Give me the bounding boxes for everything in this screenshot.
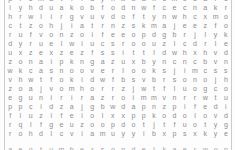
grid-cell[interactable]: u bbox=[5, 48, 15, 57]
grid-cell[interactable]: u bbox=[26, 93, 36, 102]
grid-cell[interactable]: r bbox=[77, 93, 87, 102]
grid-cell[interactable]: o bbox=[67, 66, 77, 75]
grid-cell[interactable]: c bbox=[200, 66, 210, 75]
grid-cell[interactable]: r bbox=[108, 93, 118, 102]
grid-cell[interactable]: g bbox=[15, 93, 25, 102]
grid-cell[interactable]: s bbox=[180, 129, 190, 138]
grid-cell[interactable]: n bbox=[108, 21, 118, 30]
grid-cell[interactable]: o bbox=[200, 75, 210, 84]
grid-cell[interactable]: z bbox=[159, 39, 169, 48]
grid-cell[interactable]: o bbox=[56, 75, 66, 84]
grid-cell[interactable]: z bbox=[77, 48, 87, 57]
grid-cell[interactable]: b bbox=[97, 102, 107, 111]
grid-cell[interactable]: e bbox=[15, 145, 25, 150]
grid-cell[interactable]: u bbox=[87, 39, 97, 48]
grid-cell[interactable]: p bbox=[169, 129, 179, 138]
grid-cell[interactable]: u bbox=[87, 12, 97, 21]
grid-cell[interactable]: h bbox=[200, 48, 210, 57]
grid-cell[interactable]: o bbox=[87, 120, 97, 129]
grid-cell[interactable]: s bbox=[108, 48, 118, 57]
grid-cell[interactable]: v bbox=[97, 12, 107, 21]
grid-cell[interactable]: h bbox=[26, 3, 36, 12]
grid-cell[interactable]: z bbox=[56, 48, 66, 57]
grid-cell[interactable]: a bbox=[26, 84, 36, 93]
grid-cell[interactable]: y bbox=[118, 129, 128, 138]
grid-cell[interactable]: n bbox=[159, 57, 169, 66]
grid-cell[interactable]: c bbox=[210, 84, 220, 93]
grid-cell[interactable]: i bbox=[46, 93, 56, 102]
grid-cell[interactable]: d bbox=[159, 48, 169, 57]
grid-cell[interactable]: e bbox=[169, 3, 179, 12]
grid-cell[interactable]: f bbox=[128, 12, 138, 21]
grid-cell[interactable]: f bbox=[56, 111, 66, 120]
grid-cell[interactable]: i bbox=[77, 39, 87, 48]
grid-cell[interactable]: c bbox=[190, 57, 200, 66]
grid-cell[interactable]: c bbox=[26, 102, 36, 111]
grid-cell[interactable]: h bbox=[221, 75, 231, 84]
grid-cell[interactable]: i bbox=[36, 102, 46, 111]
grid-cell[interactable]: u bbox=[108, 129, 118, 138]
grid-cell[interactable]: c bbox=[180, 39, 190, 48]
grid-cell[interactable]: e bbox=[77, 145, 87, 150]
grid-cell[interactable]: s bbox=[108, 39, 118, 48]
grid-cell[interactable]: v bbox=[139, 75, 149, 84]
grid-cell[interactable]: n bbox=[36, 93, 46, 102]
grid-cell[interactable]: k bbox=[149, 66, 159, 75]
grid-cell[interactable]: c bbox=[190, 12, 200, 21]
grid-cell[interactable]: j bbox=[56, 21, 66, 30]
grid-cell[interactable]: x bbox=[108, 111, 118, 120]
grid-cell[interactable]: o bbox=[26, 145, 36, 150]
grid-cell[interactable]: o bbox=[128, 120, 138, 129]
grid-cell[interactable]: i bbox=[180, 66, 190, 75]
grid-cell[interactable]: s bbox=[159, 66, 169, 75]
grid-cell[interactable]: e bbox=[139, 145, 149, 150]
grid-cell[interactable]: n bbox=[190, 75, 200, 84]
grid-cell[interactable]: f bbox=[46, 75, 56, 84]
grid-cell[interactable]: o bbox=[118, 12, 128, 21]
grid-cell[interactable]: e bbox=[67, 48, 77, 57]
grid-cell[interactable]: j bbox=[169, 66, 179, 75]
grid-cell[interactable]: o bbox=[159, 111, 169, 120]
grid-cell[interactable]: d bbox=[221, 111, 231, 120]
grid-cell[interactable]: x bbox=[46, 48, 56, 57]
grid-cell[interactable]: m bbox=[149, 93, 159, 102]
grid-cell[interactable]: i bbox=[77, 75, 87, 84]
grid-cell[interactable]: t bbox=[210, 93, 220, 102]
grid-cell[interactable]: n bbox=[159, 12, 169, 21]
grid-cell[interactable]: l bbox=[169, 84, 179, 93]
grid-cell[interactable]: u bbox=[221, 93, 231, 102]
grid-cell[interactable]: m bbox=[210, 12, 220, 21]
grid-cell[interactable]: g bbox=[159, 30, 169, 39]
grid-cell[interactable]: o bbox=[200, 111, 210, 120]
grid-cell[interactable]: o bbox=[128, 66, 138, 75]
grid-cell[interactable]: v bbox=[77, 12, 87, 21]
grid-cell[interactable]: s bbox=[210, 66, 220, 75]
grid-cell[interactable]: x bbox=[128, 57, 138, 66]
grid-cell[interactable]: m bbox=[149, 21, 159, 30]
grid-cell[interactable]: b bbox=[87, 3, 97, 12]
grid-cell[interactable]: r bbox=[190, 93, 200, 102]
grid-cell[interactable]: e bbox=[180, 21, 190, 30]
grid-cell[interactable]: x bbox=[118, 111, 128, 120]
grid-cell[interactable]: c bbox=[56, 129, 66, 138]
grid-cell[interactable]: k bbox=[15, 66, 25, 75]
grid-cell[interactable]: p bbox=[108, 120, 118, 129]
grid-cell[interactable]: f bbox=[5, 111, 15, 120]
grid-cell[interactable]: l bbox=[169, 39, 179, 48]
grid-cell[interactable]: e bbox=[221, 39, 231, 48]
grid-cell[interactable]: r bbox=[108, 66, 118, 75]
grid-cell[interactable]: z bbox=[56, 102, 66, 111]
grid-cell[interactable]: g bbox=[67, 12, 77, 21]
grid-cell[interactable]: p bbox=[221, 145, 231, 150]
grid-cell[interactable]: t bbox=[128, 48, 138, 57]
grid-cell[interactable]: l bbox=[210, 39, 220, 48]
grid-cell[interactable]: i bbox=[128, 93, 138, 102]
grid-cell[interactable]: r bbox=[97, 21, 107, 30]
grid-cell[interactable]: z bbox=[108, 57, 118, 66]
grid-cell[interactable]: d bbox=[118, 120, 128, 129]
grid-cell[interactable]: z bbox=[159, 102, 169, 111]
grid-cell[interactable]: o bbox=[180, 75, 190, 84]
grid-cell[interactable]: i bbox=[67, 21, 77, 30]
grid-cell[interactable]: r bbox=[190, 145, 200, 150]
grid-cell[interactable]: a bbox=[77, 21, 87, 30]
grid-cell[interactable]: r bbox=[159, 75, 169, 84]
grid-cell[interactable]: l bbox=[56, 39, 66, 48]
grid-cell[interactable]: g bbox=[87, 102, 97, 111]
grid-cell[interactable]: l bbox=[149, 145, 159, 150]
grid-cell[interactable]: z bbox=[97, 93, 107, 102]
grid-cell[interactable]: f bbox=[36, 120, 46, 129]
grid-cell[interactable]: v bbox=[46, 84, 56, 93]
grid-cell[interactable]: z bbox=[5, 84, 15, 93]
grid-cell[interactable]: n bbox=[128, 3, 138, 12]
grid-cell[interactable]: w bbox=[97, 75, 107, 84]
grid-cell[interactable]: e bbox=[67, 111, 77, 120]
grid-cell[interactable]: a bbox=[36, 57, 46, 66]
grid-cell[interactable]: y bbox=[128, 129, 138, 138]
grid-cell[interactable]: o bbox=[87, 84, 97, 93]
grid-cell[interactable]: l bbox=[118, 66, 128, 75]
grid-cell[interactable]: e bbox=[36, 48, 46, 57]
grid-cell[interactable]: h bbox=[26, 129, 36, 138]
grid-cell[interactable]: z bbox=[36, 111, 46, 120]
grid-cell[interactable]: y bbox=[210, 30, 220, 39]
grid-cell[interactable]: l bbox=[200, 30, 210, 39]
grid-cell[interactable]: i bbox=[139, 129, 149, 138]
grid-cell[interactable]: n bbox=[169, 93, 179, 102]
grid-cell[interactable]: k bbox=[67, 75, 77, 84]
grid-cell[interactable]: a bbox=[56, 3, 66, 12]
grid-cell[interactable]: p bbox=[56, 57, 66, 66]
grid-cell[interactable]: x bbox=[15, 48, 25, 57]
grid-cell[interactable]: o bbox=[190, 120, 200, 129]
grid-cell[interactable]: y bbox=[15, 39, 25, 48]
grid-cell[interactable]: h bbox=[15, 75, 25, 84]
grid-cell[interactable]: k bbox=[67, 57, 77, 66]
grid-cell[interactable]: h bbox=[5, 12, 15, 21]
grid-cell[interactable]: i bbox=[221, 102, 231, 111]
grid-cell[interactable]: m bbox=[97, 129, 107, 138]
grid-cell[interactable]: p bbox=[15, 102, 25, 111]
grid-cell[interactable]: m bbox=[56, 145, 66, 150]
grid-cell[interactable]: p bbox=[139, 102, 149, 111]
grid-cell[interactable]: i bbox=[118, 48, 128, 57]
grid-cell[interactable]: d bbox=[149, 30, 159, 39]
grid-cell[interactable]: t bbox=[139, 12, 149, 21]
grid-cell[interactable]: a bbox=[87, 93, 97, 102]
grid-cell[interactable]: p bbox=[139, 111, 149, 120]
grid-cell[interactable]: o bbox=[180, 111, 190, 120]
grid-cell[interactable]: d bbox=[5, 39, 15, 48]
grid-cell[interactable]: h bbox=[180, 48, 190, 57]
grid-cell[interactable]: b bbox=[118, 75, 128, 84]
grid-cell[interactable]: j bbox=[169, 21, 179, 30]
grid-cell[interactable]: p bbox=[169, 102, 179, 111]
grid-cell[interactable]: q bbox=[15, 120, 25, 129]
grid-cell[interactable]: c bbox=[159, 3, 169, 12]
grid-cell[interactable]: f bbox=[159, 84, 169, 93]
grid-cell[interactable]: b bbox=[149, 75, 159, 84]
grid-cell[interactable]: o bbox=[77, 66, 87, 75]
grid-cell[interactable]: t bbox=[149, 84, 159, 93]
grid-cell[interactable]: u bbox=[67, 120, 77, 129]
grid-cell[interactable]: o bbox=[15, 57, 25, 66]
grid-cell[interactable]: w bbox=[200, 145, 210, 150]
grid-cell[interactable]: z bbox=[26, 48, 36, 57]
grid-cell[interactable]: o bbox=[221, 12, 231, 21]
grid-cell[interactable]: e bbox=[118, 30, 128, 39]
grid-cell[interactable]: o bbox=[128, 39, 138, 48]
word-grid[interactable]: piematliayhwuaxcmosareiyhduakobfodnwfcec… bbox=[4, 0, 232, 150]
grid-cell[interactable]: c bbox=[97, 39, 107, 48]
grid-cell[interactable]: o bbox=[56, 84, 66, 93]
grid-cell[interactable]: p bbox=[128, 111, 138, 120]
grid-cell[interactable]: o bbox=[15, 84, 25, 93]
grid-cell[interactable]: o bbox=[108, 3, 118, 12]
grid-cell[interactable]: e bbox=[5, 93, 15, 102]
grid-cell[interactable]: j bbox=[77, 102, 87, 111]
grid-cell[interactable]: e bbox=[190, 21, 200, 30]
grid-cell[interactable]: n bbox=[221, 57, 231, 66]
grid-cell[interactable]: v bbox=[159, 93, 169, 102]
grid-cell[interactable]: r bbox=[87, 145, 97, 150]
grid-cell[interactable]: d bbox=[221, 48, 231, 57]
grid-cell[interactable]: y bbox=[15, 3, 25, 12]
grid-cell[interactable]: z bbox=[77, 120, 87, 129]
grid-cell[interactable]: o bbox=[221, 21, 231, 30]
grid-cell[interactable]: o bbox=[97, 120, 107, 129]
grid-cell[interactable]: r bbox=[5, 30, 15, 39]
grid-cell[interactable]: a bbox=[97, 57, 107, 66]
grid-cell[interactable]: j bbox=[210, 75, 220, 84]
grid-cell[interactable]: w bbox=[67, 39, 77, 48]
grid-cell[interactable]: g bbox=[221, 120, 231, 129]
grid-cell[interactable]: n bbox=[190, 3, 200, 12]
grid-cell[interactable]: y bbox=[210, 129, 220, 138]
grid-cell[interactable]: u bbox=[46, 145, 56, 150]
grid-cell[interactable]: b bbox=[200, 57, 210, 66]
grid-cell[interactable]: f bbox=[210, 21, 220, 30]
grid-cell[interactable]: n bbox=[149, 102, 159, 111]
grid-cell[interactable]: g bbox=[87, 57, 97, 66]
grid-cell[interactable]: c bbox=[26, 66, 36, 75]
grid-cell[interactable]: o bbox=[87, 111, 97, 120]
grid-cell[interactable]: l bbox=[190, 111, 200, 120]
grid-cell[interactable]: o bbox=[36, 21, 46, 30]
grid-cell[interactable]: y bbox=[149, 12, 159, 21]
grid-cell[interactable]: e bbox=[56, 120, 66, 129]
grid-cell[interactable]: n bbox=[118, 145, 128, 150]
grid-cell[interactable]: o bbox=[108, 145, 118, 150]
grid-cell[interactable]: p bbox=[139, 30, 149, 39]
grid-cell[interactable]: f bbox=[97, 30, 107, 39]
grid-cell[interactable]: z bbox=[67, 30, 77, 39]
grid-cell[interactable]: r bbox=[15, 12, 25, 21]
grid-cell[interactable]: r bbox=[180, 30, 190, 39]
grid-cell[interactable]: z bbox=[118, 84, 128, 93]
grid-cell[interactable]: f bbox=[149, 3, 159, 12]
grid-cell[interactable]: e bbox=[108, 30, 118, 39]
grid-cell[interactable]: v bbox=[36, 30, 46, 39]
grid-cell[interactable]: r bbox=[56, 93, 66, 102]
grid-cell[interactable]: i bbox=[5, 3, 15, 12]
grid-cell[interactable]: o bbox=[139, 66, 149, 75]
grid-cell[interactable]: l bbox=[15, 111, 25, 120]
grid-cell[interactable]: w bbox=[26, 12, 36, 21]
grid-cell[interactable]: m bbox=[67, 84, 77, 93]
grid-cell[interactable]: t bbox=[139, 120, 149, 129]
grid-cell[interactable]: k bbox=[210, 3, 220, 12]
grid-cell[interactable]: u bbox=[180, 120, 190, 129]
grid-cell[interactable]: b bbox=[139, 57, 149, 66]
grid-cell[interactable]: e bbox=[180, 145, 190, 150]
grid-cell[interactable]: c bbox=[169, 57, 179, 66]
grid-cell[interactable]: k bbox=[67, 3, 77, 12]
grid-cell[interactable]: f bbox=[26, 30, 36, 39]
grid-cell[interactable]: d bbox=[36, 3, 46, 12]
grid-cell[interactable]: w bbox=[169, 48, 179, 57]
grid-cell[interactable]: d bbox=[169, 111, 179, 120]
grid-cell[interactable]: o bbox=[190, 84, 200, 93]
grid-cell[interactable]: o bbox=[46, 30, 56, 39]
grid-cell[interactable]: d bbox=[190, 39, 200, 48]
grid-cell[interactable]: w bbox=[200, 93, 210, 102]
grid-cell[interactable]: b bbox=[149, 129, 159, 138]
grid-cell[interactable]: o bbox=[77, 3, 87, 12]
grid-cell[interactable]: s bbox=[97, 145, 107, 150]
grid-cell[interactable]: g bbox=[200, 84, 210, 93]
grid-cell[interactable]: d bbox=[210, 102, 220, 111]
grid-cell[interactable]: s bbox=[97, 48, 107, 57]
grid-cell[interactable]: h bbox=[180, 12, 190, 21]
grid-cell[interactable]: d bbox=[108, 12, 118, 21]
grid-cell[interactable]: w bbox=[26, 75, 36, 84]
grid-cell[interactable]: f bbox=[169, 120, 179, 129]
grid-cell[interactable]: i bbox=[77, 129, 87, 138]
grid-cell[interactable]: x bbox=[159, 129, 169, 138]
grid-cell[interactable]: z bbox=[26, 21, 36, 30]
grid-cell[interactable]: d bbox=[46, 102, 56, 111]
grid-cell[interactable]: z bbox=[5, 57, 15, 66]
grid-cell[interactable]: c bbox=[180, 3, 190, 12]
grid-cell[interactable]: r bbox=[108, 84, 118, 93]
grid-cell[interactable]: u bbox=[118, 57, 128, 66]
grid-cell[interactable]: v bbox=[67, 129, 77, 138]
grid-cell[interactable]: k bbox=[159, 145, 169, 150]
grid-cell[interactable]: s bbox=[128, 21, 138, 30]
grid-cell[interactable]: o bbox=[139, 39, 149, 48]
grid-cell[interactable]: d bbox=[118, 102, 128, 111]
grid-cell[interactable]: r bbox=[5, 120, 15, 129]
grid-cell[interactable]: r bbox=[56, 12, 66, 21]
grid-cell[interactable]: d bbox=[87, 75, 97, 84]
grid-cell[interactable]: l bbox=[46, 129, 56, 138]
grid-cell[interactable]: j bbox=[36, 84, 46, 93]
grid-cell[interactable]: x bbox=[190, 129, 200, 138]
grid-cell[interactable]: v bbox=[210, 111, 220, 120]
grid-cell[interactable]: y bbox=[149, 57, 159, 66]
grid-cell[interactable]: s bbox=[221, 66, 231, 75]
grid-cell[interactable]: o bbox=[210, 145, 220, 150]
grid-cell[interactable]: w bbox=[169, 12, 179, 21]
grid-cell[interactable]: e bbox=[221, 129, 231, 138]
grid-cell[interactable]: e bbox=[46, 39, 56, 48]
grid-cell[interactable]: s bbox=[46, 66, 56, 75]
grid-cell[interactable]: r bbox=[5, 129, 15, 138]
grid-cell[interactable]: v bbox=[210, 48, 220, 57]
grid-cell[interactable]: i bbox=[46, 111, 56, 120]
grid-cell[interactable]: c bbox=[5, 21, 15, 30]
grid-cell[interactable]: u bbox=[26, 111, 36, 120]
grid-cell[interactable]: b bbox=[169, 30, 179, 39]
grid-cell[interactable]: e bbox=[97, 66, 107, 75]
grid-cell[interactable]: y bbox=[210, 120, 220, 129]
grid-cell[interactable]: j bbox=[190, 30, 200, 39]
grid-cell[interactable]: m bbox=[139, 93, 149, 102]
grid-cell[interactable]: j bbox=[149, 120, 159, 129]
grid-cell[interactable]: a bbox=[169, 145, 179, 150]
grid-cell[interactable]: x bbox=[190, 48, 200, 57]
grid-cell[interactable]: o bbox=[15, 129, 25, 138]
grid-cell[interactable]: w bbox=[139, 3, 149, 12]
grid-cell[interactable]: d bbox=[36, 129, 46, 138]
grid-cell[interactable]: k bbox=[221, 30, 231, 39]
grid-cell[interactable]: g bbox=[46, 120, 56, 129]
grid-cell[interactable]: t bbox=[200, 120, 210, 129]
grid-cell[interactable]: t bbox=[36, 75, 46, 84]
grid-cell[interactable]: n bbox=[26, 57, 36, 66]
grid-cell[interactable]: b bbox=[67, 145, 77, 150]
grid-cell[interactable]: o bbox=[221, 84, 231, 93]
grid-cell[interactable]: w bbox=[5, 66, 15, 75]
grid-cell[interactable]: s bbox=[169, 75, 179, 84]
grid-cell[interactable]: i bbox=[87, 30, 97, 39]
grid-cell[interactable]: r bbox=[97, 84, 107, 93]
grid-cell[interactable]: r bbox=[200, 39, 210, 48]
grid-cell[interactable]: a bbox=[200, 3, 210, 12]
grid-cell[interactable]: v bbox=[87, 66, 97, 75]
grid-cell[interactable]: i bbox=[77, 111, 87, 120]
grid-cell[interactable]: z bbox=[118, 21, 128, 30]
grid-cell[interactable]: n bbox=[56, 30, 66, 39]
grid-cell[interactable]: r bbox=[118, 39, 128, 48]
grid-cell[interactable]: i bbox=[46, 57, 56, 66]
grid-cell[interactable]: r bbox=[26, 39, 36, 48]
